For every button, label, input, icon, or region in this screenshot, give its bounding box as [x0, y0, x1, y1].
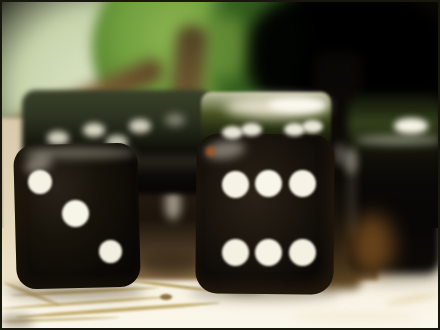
- dice-photo-scene: [0, 0, 440, 330]
- die-front-center: [195, 133, 334, 294]
- die-front-right-blurred: [348, 94, 440, 274]
- die-front-left: [13, 142, 141, 289]
